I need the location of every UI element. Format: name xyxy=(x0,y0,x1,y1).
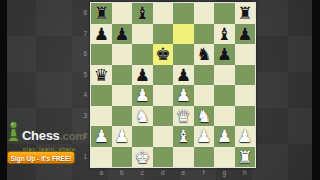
square-d2[interactable] xyxy=(153,126,174,147)
square-h1[interactable]: ♜ xyxy=(235,147,256,168)
black-pawn[interactable]: ♟ xyxy=(173,65,194,86)
square-c3[interactable]: ♞ xyxy=(132,106,153,127)
white-pawn[interactable]: ♟ xyxy=(194,126,215,147)
square-h6[interactable] xyxy=(235,44,256,65)
square-a2[interactable]: ♟ xyxy=(91,126,112,147)
file-label-b: b xyxy=(112,168,133,178)
square-h8[interactable]: ♜ xyxy=(235,3,256,24)
square-g4[interactable] xyxy=(214,85,235,106)
square-d8[interactable] xyxy=(153,3,174,24)
white-rook[interactable]: ♜ xyxy=(235,147,256,168)
black-rook[interactable]: ♜ xyxy=(235,3,256,24)
square-g8[interactable] xyxy=(214,3,235,24)
square-e7[interactable] xyxy=(173,24,194,45)
square-g5[interactable] xyxy=(214,65,235,86)
white-pawn[interactable]: ♟ xyxy=(132,85,153,106)
file-label-h: h xyxy=(235,168,256,178)
black-pawn[interactable]: ♟ xyxy=(91,24,112,45)
square-a4[interactable] xyxy=(91,85,112,106)
square-c8[interactable]: ♝ xyxy=(132,3,153,24)
square-f6[interactable]: ♞ xyxy=(194,44,215,65)
file-label-d: d xyxy=(153,168,174,178)
file-label-c: c xyxy=(132,168,153,178)
square-b8[interactable] xyxy=(112,3,133,24)
square-b6[interactable] xyxy=(112,44,133,65)
square-e3[interactable]: ♛ xyxy=(173,106,194,127)
white-pawn[interactable]: ♟ xyxy=(235,126,256,147)
square-e5[interactable]: ♟ xyxy=(173,65,194,86)
square-b5[interactable] xyxy=(112,65,133,86)
square-b2[interactable]: ♟ xyxy=(112,126,133,147)
square-f7[interactable] xyxy=(194,24,215,45)
square-g2[interactable]: ♟ xyxy=(214,126,235,147)
white-knight[interactable]: ♞ xyxy=(194,106,215,127)
black-bishop[interactable]: ♝ xyxy=(214,24,235,45)
white-pawn[interactable]: ♟ xyxy=(112,126,133,147)
square-e1[interactable] xyxy=(173,147,194,168)
square-d5[interactable] xyxy=(153,65,174,86)
white-bishop[interactable]: ♝ xyxy=(173,126,194,147)
square-a5[interactable]: ♛ xyxy=(91,65,112,86)
square-e8[interactable] xyxy=(173,3,194,24)
square-f4[interactable] xyxy=(194,85,215,106)
square-h2[interactable]: ♟ xyxy=(235,126,256,147)
square-a1[interactable] xyxy=(91,147,112,168)
video-frame: 87654321 ♜♝♜♟♟♝♟♚♞♟♛♟♟♟♟♞♛♞♟♟♝♟♟♟♚♜ abcd… xyxy=(0,0,320,180)
square-b4[interactable] xyxy=(112,85,133,106)
square-a3[interactable] xyxy=(91,106,112,127)
rank-label-8: 8 xyxy=(79,3,88,24)
square-f8[interactable] xyxy=(194,3,215,24)
square-b1[interactable] xyxy=(112,147,133,168)
letterbox-bar-right xyxy=(312,0,320,180)
chesscom-logo: Chess.com play. learn. share. xyxy=(6,120,88,152)
square-h5[interactable] xyxy=(235,65,256,86)
square-f1[interactable] xyxy=(194,147,215,168)
square-d6[interactable]: ♚ xyxy=(153,44,174,65)
file-label-e: e xyxy=(173,168,194,178)
black-pawn[interactable]: ♟ xyxy=(214,44,235,65)
file-label-f: f xyxy=(194,168,215,178)
square-b3[interactable] xyxy=(112,106,133,127)
square-a7[interactable]: ♟ xyxy=(91,24,112,45)
square-e4[interactable]: ♟ xyxy=(173,85,194,106)
white-pawn[interactable]: ♟ xyxy=(173,85,194,106)
white-king[interactable]: ♚ xyxy=(132,147,153,168)
file-labels: abcdefgh xyxy=(91,168,255,178)
square-c5[interactable]: ♟ xyxy=(132,65,153,86)
white-pawn[interactable]: ♟ xyxy=(214,126,235,147)
file-label-g: g xyxy=(214,168,235,178)
black-pawn[interactable]: ♟ xyxy=(235,24,256,45)
square-g3[interactable] xyxy=(214,106,235,127)
pawn-logo-icon xyxy=(6,120,21,144)
black-rook[interactable]: ♜ xyxy=(91,3,112,24)
square-f3[interactable]: ♞ xyxy=(194,106,215,127)
square-h4[interactable] xyxy=(235,85,256,106)
brand-chess-text: Chess xyxy=(22,128,60,143)
square-f5[interactable] xyxy=(194,65,215,86)
signup-button[interactable]: Sign Up - it's FREE! xyxy=(7,151,75,164)
square-g1[interactable] xyxy=(214,147,235,168)
letterbox-bar-left xyxy=(0,0,7,180)
white-queen[interactable]: ♛ xyxy=(173,106,194,127)
rank-label-5: 5 xyxy=(79,65,88,86)
square-d7[interactable] xyxy=(153,24,174,45)
black-bishop[interactable]: ♝ xyxy=(132,3,153,24)
square-e2[interactable]: ♝ xyxy=(173,126,194,147)
square-a8[interactable]: ♜ xyxy=(91,3,112,24)
black-knight[interactable]: ♞ xyxy=(194,44,215,65)
square-e6[interactable] xyxy=(173,44,194,65)
square-d3[interactable] xyxy=(153,106,174,127)
white-pawn[interactable]: ♟ xyxy=(91,126,112,147)
square-g7[interactable]: ♝ xyxy=(214,24,235,45)
square-g6[interactable]: ♟ xyxy=(214,44,235,65)
square-c4[interactable]: ♟ xyxy=(132,85,153,106)
black-pawn[interactable]: ♟ xyxy=(132,65,153,86)
chess-board[interactable]: ♜♝♜♟♟♝♟♚♞♟♛♟♟♟♟♞♛♞♟♟♝♟♟♟♚♜ xyxy=(90,2,256,168)
square-c2[interactable] xyxy=(132,126,153,147)
square-d1[interactable] xyxy=(153,147,174,168)
square-h7[interactable]: ♟ xyxy=(235,24,256,45)
black-queen[interactable]: ♛ xyxy=(91,65,112,86)
square-f2[interactable]: ♟ xyxy=(194,126,215,147)
rank-label-4: 4 xyxy=(79,85,88,106)
rank-label-7: 7 xyxy=(79,24,88,45)
white-knight[interactable]: ♞ xyxy=(132,106,153,127)
brand-dotcom-text: .com xyxy=(60,130,86,142)
rank-label-6: 6 xyxy=(79,44,88,65)
file-label-a: a xyxy=(91,168,112,178)
square-a6[interactable] xyxy=(91,44,112,65)
square-d4[interactable] xyxy=(153,85,174,106)
square-h3[interactable] xyxy=(235,106,256,127)
brand-wordmark: Chess.com xyxy=(22,127,85,144)
black-king[interactable]: ♚ xyxy=(153,44,174,65)
black-pawn[interactable]: ♟ xyxy=(112,24,133,45)
square-c6[interactable] xyxy=(132,44,153,65)
square-c1[interactable]: ♚ xyxy=(132,147,153,168)
square-c7[interactable] xyxy=(132,24,153,45)
square-b7[interactable]: ♟ xyxy=(112,24,133,45)
